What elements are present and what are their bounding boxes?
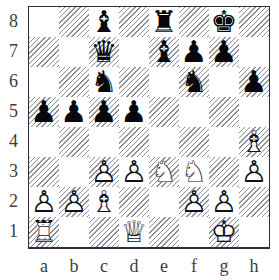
square-d8[interactable] (119, 7, 149, 37)
square-f5[interactable] (179, 97, 209, 127)
black-queen: ♛ (89, 37, 119, 67)
square-f1[interactable] (179, 217, 209, 247)
black-pawn: ♟ (89, 97, 119, 127)
black-pawn: ♟ (239, 67, 269, 97)
file-label-e: e (149, 250, 179, 278)
square-d1[interactable]: ♛♕ (119, 217, 149, 247)
square-e8[interactable]: ♜ (149, 7, 179, 37)
file-labels: abcdefgh (29, 250, 269, 278)
file-label-d: d (119, 250, 149, 278)
rank-label-2: 2 (1, 186, 26, 216)
square-h2[interactable] (239, 187, 269, 217)
rank-label-5: 5 (1, 96, 26, 126)
black-bishop: ♝ (89, 7, 119, 37)
white-pawn: ♟♙ (239, 157, 269, 187)
file-label-a: a (29, 250, 59, 278)
square-h7[interactable] (239, 37, 269, 67)
square-f3[interactable]: ♞♘ (179, 157, 209, 187)
square-d2[interactable] (119, 187, 149, 217)
square-c5[interactable]: ♟ (89, 97, 119, 127)
white-pawn: ♟♙ (119, 157, 149, 187)
square-d4[interactable] (119, 127, 149, 157)
square-b6[interactable] (59, 67, 89, 97)
square-d7[interactable] (119, 37, 149, 67)
square-g5[interactable] (209, 97, 239, 127)
square-b7[interactable] (59, 37, 89, 67)
square-e1[interactable] (149, 217, 179, 247)
square-a3[interactable] (29, 157, 59, 187)
square-b8[interactable] (59, 7, 89, 37)
white-knight: ♞♘ (179, 157, 209, 187)
square-a6[interactable] (29, 67, 59, 97)
square-h8[interactable] (239, 7, 269, 37)
square-h1[interactable] (239, 217, 269, 247)
square-g2[interactable]: ♟♙ (209, 187, 239, 217)
square-h6[interactable]: ♟ (239, 67, 269, 97)
square-a7[interactable] (29, 37, 59, 67)
square-c7[interactable]: ♛ (89, 37, 119, 67)
square-b2[interactable]: ♟♙ (59, 187, 89, 217)
black-king: ♚ (209, 7, 239, 37)
white-bishop: ♝♗ (89, 187, 119, 217)
rank-label-8: 8 (1, 6, 26, 36)
black-rook: ♜ (149, 7, 179, 37)
white-pawn: ♟♙ (89, 157, 119, 187)
square-c4[interactable] (89, 127, 119, 157)
square-d3[interactable]: ♟♙ (119, 157, 149, 187)
black-pawn: ♟ (119, 97, 149, 127)
square-g1[interactable]: ♚♔ (209, 217, 239, 247)
rank-label-6: 6 (1, 66, 26, 96)
rank-label-3: 3 (1, 156, 26, 186)
black-knight: ♞ (179, 67, 209, 97)
square-g3[interactable] (209, 157, 239, 187)
rank-label-7: 7 (1, 36, 26, 66)
square-b5[interactable]: ♟ (59, 97, 89, 127)
square-e6[interactable] (149, 67, 179, 97)
file-label-g: g (209, 250, 239, 278)
square-a8[interactable] (29, 7, 59, 37)
white-pawn: ♟♙ (59, 187, 89, 217)
square-a5[interactable]: ♟ (29, 97, 59, 127)
file-label-b: b (59, 250, 89, 278)
white-pawn: ♟♙ (209, 187, 239, 217)
white-bishop: ♝♗ (239, 127, 269, 157)
black-bishop: ♝ (149, 37, 179, 67)
file-label-f: f (179, 250, 209, 278)
file-label-c: c (89, 250, 119, 278)
white-king: ♚♔ (209, 217, 239, 247)
white-rook: ♜♖ (29, 217, 59, 247)
black-pawn: ♟ (59, 97, 89, 127)
square-b4[interactable] (59, 127, 89, 157)
square-d5[interactable]: ♟ (119, 97, 149, 127)
square-c6[interactable]: ♞ (89, 67, 119, 97)
chess-board: ♝♜♚♛♝♟♟♞♞♟♟♟♟♟♝♗♟♙♟♙♞♘♞♘♟♙♟♙♟♙♝♗♟♙♟♙♜♖♛♕… (28, 6, 270, 249)
chess-diagram: 87654321 ♝♜♚♛♝♟♟♞♞♟♟♟♟♟♝♗♟♙♟♙♞♘♞♘♟♙♟♙♟♙♝… (0, 0, 279, 280)
square-c1[interactable] (89, 217, 119, 247)
square-e3[interactable]: ♞♘ (149, 157, 179, 187)
file-label-h: h (239, 250, 269, 278)
square-c3[interactable]: ♟♙ (89, 157, 119, 187)
square-f8[interactable] (179, 7, 209, 37)
white-queen: ♛♕ (119, 217, 149, 247)
square-a2[interactable]: ♟♙ (29, 187, 59, 217)
square-d6[interactable] (119, 67, 149, 97)
square-g8[interactable]: ♚ (209, 7, 239, 37)
square-b3[interactable] (59, 157, 89, 187)
black-pawn: ♟ (179, 37, 209, 67)
square-e2[interactable] (149, 187, 179, 217)
square-h5[interactable] (239, 97, 269, 127)
square-h3[interactable]: ♟♙ (239, 157, 269, 187)
square-h4[interactable]: ♝♗ (239, 127, 269, 157)
white-pawn: ♟♙ (179, 187, 209, 217)
square-g4[interactable] (209, 127, 239, 157)
square-a4[interactable] (29, 127, 59, 157)
rank-label-4: 4 (1, 126, 26, 156)
square-a1[interactable]: ♜♖ (29, 217, 59, 247)
square-f7[interactable]: ♟ (179, 37, 209, 67)
square-e5[interactable] (149, 97, 179, 127)
square-f2[interactable]: ♟♙ (179, 187, 209, 217)
white-knight: ♞♘ (149, 157, 179, 187)
black-pawn: ♟ (29, 97, 59, 127)
black-pawn: ♟ (209, 37, 239, 67)
white-pawn: ♟♙ (29, 187, 59, 217)
square-e4[interactable] (149, 127, 179, 157)
rank-label-1: 1 (1, 216, 26, 246)
square-b1[interactable] (59, 217, 89, 247)
square-f6[interactable]: ♞ (179, 67, 209, 97)
square-e7[interactable]: ♝ (149, 37, 179, 67)
square-f4[interactable] (179, 127, 209, 157)
rank-labels: 87654321 (1, 6, 26, 246)
square-c8[interactable]: ♝ (89, 7, 119, 37)
square-c2[interactable]: ♝♗ (89, 187, 119, 217)
square-g7[interactable]: ♟ (209, 37, 239, 67)
square-g6[interactable] (209, 67, 239, 97)
black-knight: ♞ (89, 67, 119, 97)
